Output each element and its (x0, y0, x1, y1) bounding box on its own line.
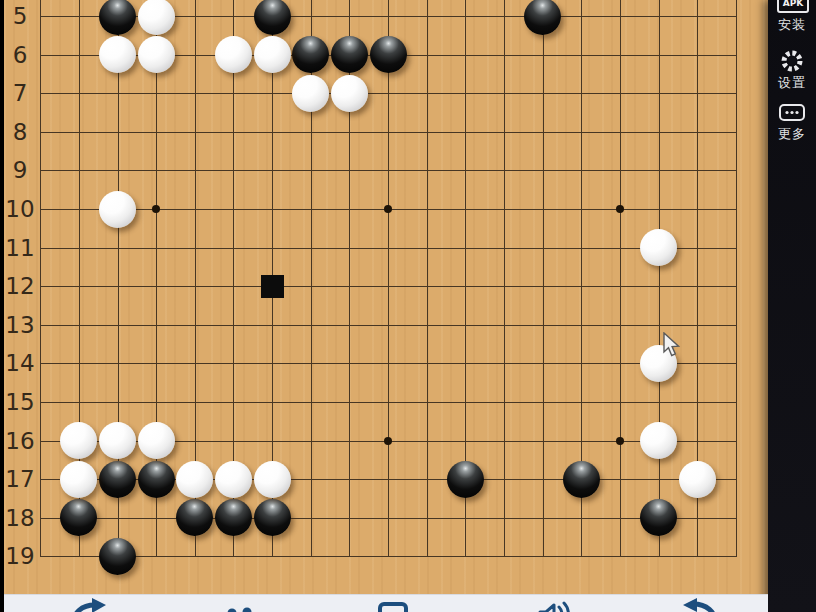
grid-line-col-N (504, 0, 505, 557)
row-label-15: 15 (4, 389, 36, 415)
stone-white-C6[interactable] (99, 36, 136, 73)
stone-black-K6[interactable] (370, 36, 407, 73)
row-label-16: 16 (4, 428, 36, 454)
row-label-11: 11 (4, 235, 36, 261)
star-point-K16 (384, 437, 392, 445)
grid-line-col-R (659, 0, 660, 557)
bottom-toolbar (4, 594, 768, 612)
grid-line-row-12 (40, 286, 737, 287)
stone-black-J6[interactable] (331, 36, 368, 73)
sidebar-item-install[interactable]: APK 安装 (768, 0, 816, 34)
stone-white-C16[interactable] (99, 422, 136, 459)
speaker-icon[interactable] (536, 598, 572, 612)
star-point-D10 (152, 205, 160, 213)
row-label-13: 13 (4, 312, 36, 338)
row-label-7: 7 (4, 80, 36, 106)
stone-white-D6[interactable] (138, 36, 175, 73)
stone-black-O5[interactable] (524, 0, 561, 35)
right-sidebar: APK 安装 设置 更多 (768, 0, 816, 612)
grid-line-col-Q (620, 0, 621, 557)
grid-line-col-K (388, 0, 389, 557)
stone-black-R18[interactable] (640, 499, 677, 536)
apk-install-icon: APK (777, 0, 809, 13)
stone-black-C19[interactable] (99, 538, 136, 575)
gear-icon (779, 48, 805, 74)
stone-black-G5[interactable] (254, 0, 291, 35)
stone-white-R14[interactable] (640, 345, 677, 382)
grid-line-row-13 (40, 325, 737, 326)
stone-black-C5[interactable] (99, 0, 136, 35)
grid-line-row-9 (40, 170, 737, 171)
app-screen: 5678910111213141516171819 APK 安装 设置 更多 (0, 0, 816, 612)
stone-white-D16[interactable] (138, 422, 175, 459)
go-board[interactable]: 5678910111213141516171819 (4, 0, 768, 594)
grid-line-row-15 (40, 402, 737, 403)
grid-line-row-11 (40, 248, 737, 249)
settings-label: 设置 (768, 74, 816, 92)
stone-black-P17[interactable] (563, 461, 600, 498)
grid-line-row-14 (40, 363, 737, 364)
stone-white-B17[interactable] (60, 461, 97, 498)
row-label-12: 12 (4, 273, 36, 299)
grid-line-row-18 (40, 518, 737, 519)
row-label-14: 14 (4, 350, 36, 376)
grid-line-row-19 (40, 556, 737, 557)
star-point-Q16 (616, 437, 624, 445)
stone-black-F18[interactable] (215, 499, 252, 536)
stone-white-J7[interactable] (331, 75, 368, 112)
stone-black-M17[interactable] (447, 461, 484, 498)
stone-white-F6[interactable] (215, 36, 252, 73)
stone-white-R11[interactable] (640, 229, 677, 266)
redo-arrow-icon[interactable] (68, 598, 110, 612)
sidebar-item-settings[interactable]: 设置 (768, 48, 816, 92)
branch-pins-icon[interactable] (220, 598, 260, 612)
stone-black-C17[interactable] (99, 461, 136, 498)
sidebar-item-more[interactable]: 更多 (768, 103, 816, 143)
stone-black-D17[interactable] (138, 461, 175, 498)
stone-black-H6[interactable] (292, 36, 329, 73)
row-label-6: 6 (4, 42, 36, 68)
grid-line-col-T (736, 0, 737, 557)
row-label-5: 5 (4, 3, 36, 29)
stone-white-E17[interactable] (176, 461, 213, 498)
stone-black-G18[interactable] (254, 499, 291, 536)
stone-white-H7[interactable] (292, 75, 329, 112)
stone-white-B16[interactable] (60, 422, 97, 459)
stone-white-G6[interactable] (254, 36, 291, 73)
more-label: 更多 (768, 125, 816, 143)
stone-black-E18[interactable] (176, 499, 213, 536)
row-label-18: 18 (4, 505, 36, 531)
row-label-10: 10 (4, 196, 36, 222)
star-point-Q10 (616, 205, 624, 213)
stone-white-C10[interactable] (99, 191, 136, 228)
grid-line-col-O (543, 0, 544, 557)
row-label-9: 9 (4, 157, 36, 183)
stone-black-B18[interactable] (60, 499, 97, 536)
grid-line-col-A (40, 0, 41, 557)
undo-arrow-icon[interactable] (678, 598, 722, 612)
install-label: 安装 (768, 16, 816, 34)
stone-white-D5[interactable] (138, 0, 175, 35)
stone-white-S17[interactable] (679, 461, 716, 498)
row-label-17: 17 (4, 466, 36, 492)
ellipsis-icon (778, 103, 806, 123)
grid-line-row-8 (40, 132, 737, 133)
star-point-K10 (384, 205, 392, 213)
grid-line-row-7 (40, 93, 737, 94)
row-label-19: 19 (4, 543, 36, 569)
stone-white-G17[interactable] (254, 461, 291, 498)
stone-white-F17[interactable] (215, 461, 252, 498)
grid-line-col-L (427, 0, 428, 557)
square-icon[interactable] (376, 598, 410, 612)
row-label-8: 8 (4, 119, 36, 145)
stone-white-R16[interactable] (640, 422, 677, 459)
move-marker-G12 (261, 275, 284, 298)
